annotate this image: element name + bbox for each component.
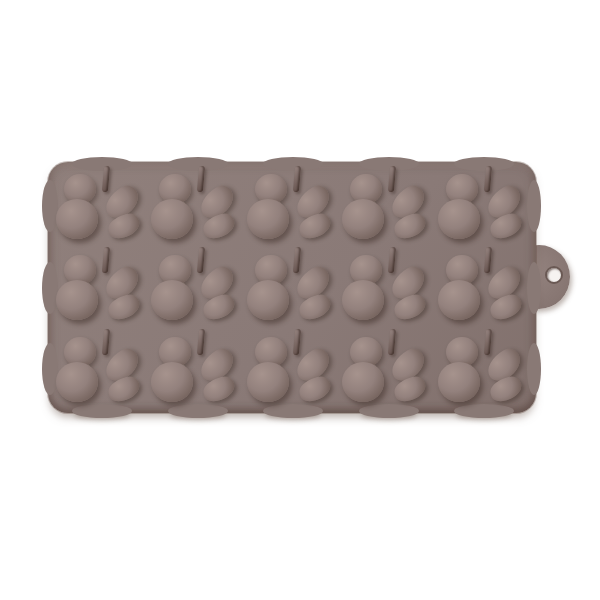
mold-cavity bbox=[245, 328, 340, 409]
mold-cavity bbox=[149, 328, 244, 409]
stem-groove bbox=[197, 166, 205, 192]
mold-cavity bbox=[340, 246, 435, 327]
large-cherry-bump bbox=[438, 362, 480, 402]
large-cherry-bump bbox=[151, 362, 193, 402]
mold-cavity bbox=[54, 246, 149, 327]
stem-groove bbox=[293, 328, 301, 354]
mold-cavity bbox=[436, 165, 531, 246]
mold-cavity bbox=[54, 328, 149, 409]
large-cherry-bump bbox=[438, 280, 480, 320]
stem-groove bbox=[388, 166, 396, 192]
large-cherry-bump bbox=[151, 280, 193, 320]
stem-groove bbox=[293, 247, 301, 273]
stem-groove bbox=[102, 166, 110, 192]
large-cherry-bump bbox=[342, 280, 384, 320]
mold-cavity bbox=[245, 246, 340, 327]
large-cherry-bump bbox=[342, 199, 384, 239]
product-photo-scene bbox=[0, 0, 600, 600]
stem-groove bbox=[483, 166, 491, 192]
stem-groove bbox=[197, 328, 205, 354]
stem-groove bbox=[483, 328, 491, 354]
stem-groove bbox=[483, 247, 491, 273]
mold-cavity bbox=[436, 328, 531, 409]
mold-grid bbox=[54, 165, 531, 409]
stem-groove bbox=[102, 247, 110, 273]
mold-cavity bbox=[340, 328, 435, 409]
stem-groove bbox=[293, 166, 301, 192]
large-cherry-bump bbox=[56, 362, 98, 402]
stem-groove bbox=[388, 247, 396, 273]
mold-cavity bbox=[245, 165, 340, 246]
large-cherry-bump bbox=[247, 199, 289, 239]
stem-groove bbox=[197, 247, 205, 273]
mold-cavity bbox=[149, 165, 244, 246]
chocolate-mold bbox=[48, 162, 536, 413]
large-cherry-bump bbox=[247, 362, 289, 402]
mold-cavity bbox=[340, 165, 435, 246]
stem-groove bbox=[388, 328, 396, 354]
hanging-hole bbox=[545, 266, 563, 284]
large-cherry-bump bbox=[56, 280, 98, 320]
mold-cavity bbox=[149, 246, 244, 327]
stem-groove bbox=[102, 328, 110, 354]
large-cherry-bump bbox=[56, 199, 98, 239]
large-cherry-bump bbox=[247, 280, 289, 320]
large-cherry-bump bbox=[151, 199, 193, 239]
large-cherry-bump bbox=[342, 362, 384, 402]
mold-cavity bbox=[54, 165, 149, 246]
mold-cavity bbox=[436, 246, 531, 327]
large-cherry-bump bbox=[438, 199, 480, 239]
